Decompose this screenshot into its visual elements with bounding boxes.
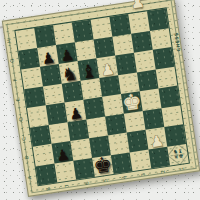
coordinate-label: 7 (64, 184, 70, 188)
black-knight[interactable]: ♞ (61, 64, 80, 84)
square-d1[interactable]: ♚ (92, 155, 114, 177)
coordinate-label: 3 (140, 172, 146, 176)
square-f4[interactable]: ♚ (121, 91, 143, 113)
coordinate-label: A (26, 175, 33, 180)
coordinate-label: G (8, 58, 15, 63)
coordinate-label: 2 (159, 169, 165, 173)
coordinate-label: F (11, 78, 18, 83)
countertop-background: ♟♟♞♝♟♟♚♟♟♚ ♟ 87654321 HGFEDCBA CHESS ♞♝ … (0, 0, 200, 200)
coordinate-label: D (17, 117, 24, 122)
black-pawn[interactable]: ♟ (41, 50, 57, 67)
chess-board: ♟♟♞♝♟♟♚♟♟♚ ♟ 87654321 HGFEDCBA CHESS ♞♝ … (2, 0, 200, 197)
coordinate-label: 5 (102, 178, 108, 182)
coordinate-label: 8 (44, 186, 50, 190)
black-pawn[interactable]: ♟ (68, 105, 84, 122)
white-king[interactable]: ♚ (121, 91, 143, 115)
board-brand-text: CHESS (173, 32, 181, 52)
black-bishop[interactable]: ♝ (79, 61, 98, 81)
coordinate-label: H (6, 39, 13, 44)
white-pawn[interactable]: ♟ (149, 133, 165, 150)
coordinate-label: 1 (178, 166, 184, 170)
black-pawn[interactable]: ♟ (55, 147, 71, 164)
coordinate-label: C (20, 136, 27, 141)
captured-white-pawn[interactable]: ♟ (130, 0, 146, 12)
coordinate-label: 4 (121, 175, 127, 179)
coordinate-label: 6 (83, 181, 89, 185)
black-king[interactable]: ♚ (92, 154, 114, 178)
coordinate-label: E (14, 97, 21, 102)
corner-emblem-glyphs: ♞♝ ♛♚ (173, 148, 184, 160)
coordinate-label: B (23, 156, 30, 161)
board-grid: ♟♟♞♝♟♟♚♟♟♚ (14, 7, 190, 186)
white-pawn[interactable]: ♟ (100, 61, 116, 78)
